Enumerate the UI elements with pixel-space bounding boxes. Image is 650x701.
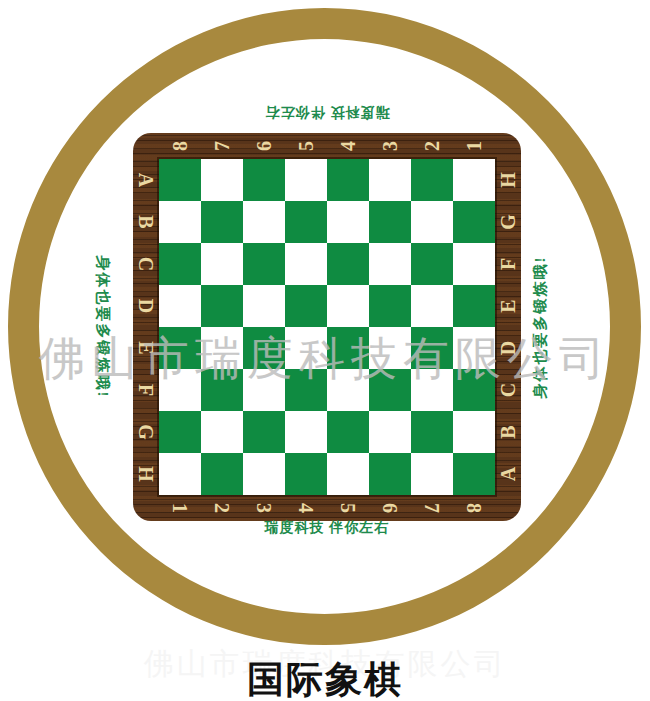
square-f7 bbox=[201, 369, 243, 411]
square-g7 bbox=[201, 411, 243, 453]
coord-label-right: C bbox=[487, 377, 529, 403]
square-e4 bbox=[327, 327, 369, 369]
coord-label-right: A bbox=[487, 461, 529, 487]
coord-label-top: 8 bbox=[167, 125, 193, 167]
square-e6 bbox=[243, 327, 285, 369]
square-b7 bbox=[201, 201, 243, 243]
square-d5 bbox=[285, 285, 327, 327]
coord-label-right: B bbox=[487, 419, 529, 445]
square-c3 bbox=[369, 243, 411, 285]
square-g5 bbox=[285, 411, 327, 453]
square-g6 bbox=[243, 411, 285, 453]
square-c4 bbox=[327, 243, 369, 285]
slogan-left: 身体也要多锻炼哦! bbox=[94, 237, 112, 417]
coord-label-right: H bbox=[487, 167, 529, 193]
square-f6 bbox=[243, 369, 285, 411]
square-d6 bbox=[243, 285, 285, 327]
square-e5 bbox=[285, 327, 327, 369]
square-f5 bbox=[285, 369, 327, 411]
square-b4 bbox=[327, 201, 369, 243]
squares-grid bbox=[159, 159, 495, 495]
coord-label-top: 2 bbox=[419, 125, 445, 167]
coord-label-right: F bbox=[487, 251, 529, 277]
coord-label-top: 1 bbox=[461, 125, 487, 167]
slogan-right: 身体也要多锻炼哦! bbox=[531, 237, 549, 417]
square-c7 bbox=[201, 243, 243, 285]
coord-label-top: 3 bbox=[377, 125, 403, 167]
coord-label-left: D bbox=[125, 293, 167, 319]
coord-label-right: G bbox=[487, 209, 529, 235]
coordinates-top: 87654321 bbox=[159, 133, 495, 159]
coordinates-left: ABCDEFGH bbox=[133, 159, 159, 495]
coord-label-left: H bbox=[125, 461, 167, 487]
coordinates-right: HGFEDCBA bbox=[495, 159, 521, 495]
square-d2 bbox=[411, 285, 453, 327]
square-d3 bbox=[369, 285, 411, 327]
coord-label-top: 5 bbox=[293, 125, 319, 167]
coord-label-top: 7 bbox=[209, 125, 235, 167]
slogan-bottom: 瑞度科技 伴你左右 bbox=[133, 519, 521, 537]
coord-label-right: E bbox=[487, 293, 529, 319]
square-c2 bbox=[411, 243, 453, 285]
coord-label-left: E bbox=[125, 335, 167, 361]
product-title: 国际象棋 bbox=[0, 655, 650, 701]
square-e7 bbox=[201, 327, 243, 369]
chess-board: 87654321 12345678 ABCDEFGH HGFEDCBA bbox=[133, 133, 521, 521]
coordinates-bottom: 12345678 bbox=[159, 495, 495, 521]
product-image: 87654321 12345678 ABCDEFGH HGFEDCBA 瑞度科技… bbox=[0, 0, 650, 701]
square-g3 bbox=[369, 411, 411, 453]
square-d4 bbox=[327, 285, 369, 327]
square-e3 bbox=[369, 327, 411, 369]
coord-label-left: G bbox=[125, 419, 167, 445]
coord-label-left: B bbox=[125, 209, 167, 235]
square-b6 bbox=[243, 201, 285, 243]
square-b2 bbox=[411, 201, 453, 243]
square-d7 bbox=[201, 285, 243, 327]
square-c5 bbox=[285, 243, 327, 285]
coord-label-left: A bbox=[125, 167, 167, 193]
square-c6 bbox=[243, 243, 285, 285]
slogan-top: 瑞度科技 伴你左右 bbox=[133, 103, 521, 121]
square-f3 bbox=[369, 369, 411, 411]
square-b5 bbox=[285, 201, 327, 243]
square-g2 bbox=[411, 411, 453, 453]
square-f2 bbox=[411, 369, 453, 411]
coord-label-right: D bbox=[487, 335, 529, 361]
coord-label-left: F bbox=[125, 377, 167, 403]
coord-label-top: 6 bbox=[251, 125, 277, 167]
coord-label-left: C bbox=[125, 251, 167, 277]
square-g4 bbox=[327, 411, 369, 453]
square-e2 bbox=[411, 327, 453, 369]
square-f4 bbox=[327, 369, 369, 411]
coord-label-top: 4 bbox=[335, 125, 361, 167]
square-b3 bbox=[369, 201, 411, 243]
